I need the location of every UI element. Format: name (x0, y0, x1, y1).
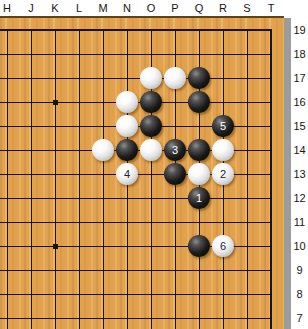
row-label-16: 16 (291, 96, 308, 109)
row-label-7: 7 (291, 312, 308, 325)
stone-black-P14-move-3: 3 (164, 139, 186, 161)
column-label-T: T (268, 1, 275, 15)
row-label-14: 14 (291, 144, 308, 157)
row-label-12: 12 (291, 192, 308, 205)
stone-black-Q17 (188, 67, 210, 89)
stone-black-O15 (140, 115, 162, 137)
stone-black-Q10 (188, 235, 210, 257)
column-label-L: L (76, 1, 82, 15)
column-label-M: M (98, 1, 107, 15)
stone-white-R14 (212, 139, 234, 161)
row-label-13: 13 (291, 168, 308, 181)
stone-white-O17 (140, 67, 162, 89)
stone-black-P13 (164, 163, 186, 185)
stone-black-Q12-move-1: 1 (188, 187, 210, 209)
row-label-18: 18 (291, 48, 308, 61)
go-diagram: 531426 HJKLMNOPQRST 19181716151413121110… (0, 0, 308, 329)
column-label-S: S (243, 1, 250, 15)
stone-black-R15-move-5: 5 (212, 115, 234, 137)
row-label-15: 15 (291, 120, 308, 133)
stone-white-P17 (164, 67, 186, 89)
column-label-R: R (219, 1, 227, 15)
stone-white-N16 (116, 91, 138, 113)
stone-black-N14 (116, 139, 138, 161)
grid-lines (0, 16, 284, 329)
row-labels: 19181716151413121110987 (291, 0, 308, 329)
go-board[interactable]: 531426 (0, 16, 284, 329)
stone-black-Q16 (188, 91, 210, 113)
row-label-9: 9 (291, 264, 308, 277)
stone-white-O14 (140, 139, 162, 161)
row-label-10: 10 (291, 240, 308, 253)
board-right-edge-shadow (284, 18, 291, 329)
stone-white-M14 (92, 139, 114, 161)
column-label-O: O (147, 1, 156, 15)
row-label-11: 11 (291, 216, 308, 229)
column-label-H: H (3, 1, 11, 15)
row-label-19: 19 (291, 24, 308, 37)
column-label-P: P (171, 1, 178, 15)
board-top-edge (0, 16, 284, 18)
stone-white-R10-move-6: 6 (212, 235, 234, 257)
stone-white-N13-move-4: 4 (116, 163, 138, 185)
column-label-N: N (123, 1, 131, 15)
stone-white-N15 (116, 115, 138, 137)
row-label-17: 17 (291, 72, 308, 85)
column-label-K: K (51, 1, 58, 15)
column-label-J: J (28, 1, 34, 15)
stone-white-R13-move-2: 2 (212, 163, 234, 185)
row-label-8: 8 (291, 288, 308, 301)
stone-black-O16 (140, 91, 162, 113)
column-label-Q: Q (195, 1, 204, 15)
stone-white-Q13 (188, 163, 210, 185)
stone-black-Q14 (188, 139, 210, 161)
column-labels: HJKLMNOPQRST (0, 0, 308, 16)
